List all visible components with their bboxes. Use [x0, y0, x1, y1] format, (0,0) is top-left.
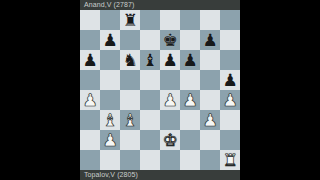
piece-white-pawn: ♟: [182, 90, 197, 110]
piece-white-bishop: ♝: [102, 110, 117, 130]
square-b2[interactable]: ♟: [100, 130, 120, 150]
square-e4[interactable]: ♟: [160, 90, 180, 110]
bottom-player-name: Topalov,V (2805): [84, 171, 138, 178]
square-e7[interactable]: ♚: [160, 30, 180, 50]
piece-black-pawn: ♟: [202, 30, 217, 50]
square-e1[interactable]: [160, 150, 180, 170]
square-d4[interactable]: [140, 90, 160, 110]
square-d5[interactable]: [140, 70, 160, 90]
piece-white-pawn: ♟: [162, 90, 177, 110]
square-h7[interactable]: [220, 30, 240, 50]
square-e6[interactable]: ♟: [160, 50, 180, 70]
square-d6[interactable]: ♝: [140, 50, 160, 70]
square-f4[interactable]: ♟: [180, 90, 200, 110]
top-player-name: Anand,V (2787): [84, 1, 134, 8]
piece-black-knight: ♞: [122, 50, 137, 70]
square-a5[interactable]: [80, 70, 100, 90]
square-a7[interactable]: [80, 30, 100, 50]
square-b4[interactable]: [100, 90, 120, 110]
square-d1[interactable]: [140, 150, 160, 170]
square-g3[interactable]: ♟: [200, 110, 220, 130]
piece-black-pawn: ♟: [182, 50, 197, 70]
square-a2[interactable]: [80, 130, 100, 150]
square-d3[interactable]: [140, 110, 160, 130]
square-g4[interactable]: [200, 90, 220, 110]
square-a4[interactable]: ♟: [80, 90, 100, 110]
piece-black-king: ♚: [162, 30, 177, 50]
square-b5[interactable]: [100, 70, 120, 90]
piece-black-pawn: ♟: [102, 30, 117, 50]
piece-black-pawn: ♟: [82, 50, 97, 70]
square-c1[interactable]: [120, 150, 140, 170]
piece-white-pawn: ♟: [202, 110, 217, 130]
square-g6[interactable]: [200, 50, 220, 70]
square-d7[interactable]: [140, 30, 160, 50]
square-c4[interactable]: [120, 90, 140, 110]
piece-white-bishop: ♝: [122, 110, 137, 130]
top-player-bar: Anand,V (2787): [80, 0, 240, 10]
square-c6[interactable]: ♞: [120, 50, 140, 70]
square-d8[interactable]: [140, 10, 160, 30]
piece-black-bishop: ♝: [142, 50, 157, 70]
square-b6[interactable]: [100, 50, 120, 70]
square-f6[interactable]: ♟: [180, 50, 200, 70]
bottom-player-bar: Topalov,V (2805): [80, 170, 240, 180]
square-h5[interactable]: ♟: [220, 70, 240, 90]
square-h3[interactable]: [220, 110, 240, 130]
square-f8[interactable]: [180, 10, 200, 30]
square-f3[interactable]: [180, 110, 200, 130]
square-a3[interactable]: [80, 110, 100, 130]
square-f1[interactable]: [180, 150, 200, 170]
square-b8[interactable]: [100, 10, 120, 30]
piece-black-pawn: ♟: [222, 70, 237, 90]
square-a1[interactable]: [80, 150, 100, 170]
square-g5[interactable]: [200, 70, 220, 90]
square-e3[interactable]: [160, 110, 180, 130]
piece-white-king: ♚: [162, 130, 177, 150]
square-b3[interactable]: ♝: [100, 110, 120, 130]
square-b7[interactable]: ♟: [100, 30, 120, 50]
square-g8[interactable]: [200, 10, 220, 30]
square-g7[interactable]: ♟: [200, 30, 220, 50]
square-e5[interactable]: [160, 70, 180, 90]
square-c3[interactable]: ♝: [120, 110, 140, 130]
square-c5[interactable]: [120, 70, 140, 90]
piece-black-rook: ♜: [122, 10, 137, 30]
square-f2[interactable]: [180, 130, 200, 150]
square-a6[interactable]: ♟: [80, 50, 100, 70]
chess-board: ♜♟♚♟♟♞♝♟♟♟♟♟♟♟♝♝♟♟♚♜: [80, 10, 240, 170]
piece-white-pawn: ♟: [82, 90, 97, 110]
square-c8[interactable]: ♜: [120, 10, 140, 30]
piece-white-pawn: ♟: [222, 90, 237, 110]
square-h2[interactable]: [220, 130, 240, 150]
square-h6[interactable]: [220, 50, 240, 70]
square-a8[interactable]: [80, 10, 100, 30]
square-e8[interactable]: [160, 10, 180, 30]
square-d2[interactable]: [140, 130, 160, 150]
square-h1[interactable]: ♜: [220, 150, 240, 170]
piece-black-pawn: ♟: [162, 50, 177, 70]
square-h4[interactable]: ♟: [220, 90, 240, 110]
square-c2[interactable]: [120, 130, 140, 150]
piece-white-rook: ♜: [222, 150, 237, 170]
square-h8[interactable]: [220, 10, 240, 30]
square-f7[interactable]: [180, 30, 200, 50]
square-g1[interactable]: [200, 150, 220, 170]
square-g2[interactable]: [200, 130, 220, 150]
square-f5[interactable]: [180, 70, 200, 90]
chess-video-frame: Anand,V (2787) ♜♟♚♟♟♞♝♟♟♟♟♟♟♟♝♝♟♟♚♜ Topa…: [80, 0, 240, 180]
square-c7[interactable]: [120, 30, 140, 50]
square-e2[interactable]: ♚: [160, 130, 180, 150]
square-b1[interactable]: [100, 150, 120, 170]
piece-white-pawn: ♟: [102, 130, 117, 150]
